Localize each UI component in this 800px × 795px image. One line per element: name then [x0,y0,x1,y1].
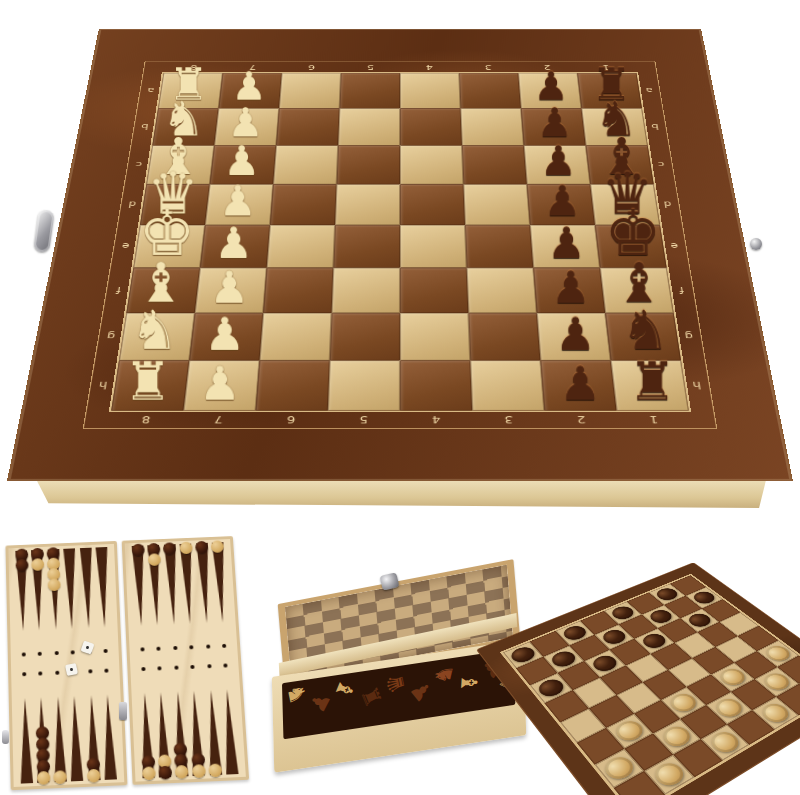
chess-square [400,145,463,184]
chess-square [400,313,470,361]
point-triangle [63,548,78,629]
point-triangle [79,548,94,629]
backgammon-checker [131,544,144,557]
backgammon-checker [192,764,206,778]
backgammon-checker [31,558,44,571]
chess-square [276,108,339,145]
backgammon-checker [87,769,101,783]
chess-square [330,313,400,361]
chess-piece-p: ♟ [540,312,610,357]
backgammon-checker [54,770,68,784]
die-icon [65,663,78,676]
chess-board: 87654321 abcdefgh ♜♟♟♜♞♟♟♞♝♟♟♝♛♟♟♛♚♟♟♚♝♟… [8,29,792,480]
backgammon-checker [175,765,189,779]
chess-piece-p: ♟ [533,222,600,265]
chess-square [256,360,330,410]
point-triangle [95,547,110,628]
hinge-screw-icon [750,238,762,250]
point-triangle [212,542,229,623]
chess-square [400,268,468,313]
backgammon-checker [158,766,172,780]
thumbnail-row: ♞ ♟ ♝ ♜ ♛ ♟ ♞ ♝ ♟ ♜ [0,530,800,795]
coordinate-label: 4 [400,411,473,429]
rank-labels-bottom: 87654321 [109,411,692,429]
jumbled-piece: ♜ [357,683,385,711]
backgammon-checker [179,542,192,555]
chess-square [340,73,400,108]
coordinate-label: 7 [181,411,255,429]
backgammon-right-half [122,536,249,785]
chess-piece-p: ♟ [205,180,270,222]
chess-piece-p: ♟ [200,222,267,265]
checkers-grid [502,575,800,795]
chess-square: ♟ [189,313,263,361]
backgammon-checker [163,542,176,555]
coordinate-label: 7 [223,61,283,73]
chess-square [460,108,523,145]
coordinate-label: 2 [544,411,618,429]
point-triangle [68,696,83,782]
chess-square [273,145,338,184]
clasp-latch-icon [33,209,55,253]
chess-square [463,184,530,225]
backgammon-point [62,548,80,656]
chess-square: ♜ [111,360,189,410]
coordinate-label: a [636,73,662,108]
main-product-photo: 87654321 abcdefgh ♜♟♟♜♞♟♟♞♝♟♟♝♛♟♟♛♚♟♟♚♝♟… [0,0,800,530]
coordinate-label: 6 [254,411,328,429]
backgammon-point [34,669,51,783]
coordinate-label: 5 [327,411,400,429]
backgammon-checker [148,553,161,566]
chess-square [333,225,400,268]
point-triangle [164,544,180,625]
chess-piece-r: ♜ [112,354,184,407]
coordinate-label: 3 [459,61,519,73]
backgammon-board [5,536,249,790]
chess-square [400,108,462,145]
backgammon-point [50,669,68,783]
chess-piece-p: ♟ [544,361,616,408]
clasp-icon [2,730,9,744]
point-triangle [204,690,221,776]
backgammon-point [46,549,63,657]
backgammon-point [17,670,34,784]
chess-square [459,73,521,108]
chess-square [400,225,467,268]
chess-square: ♟ [195,268,267,313]
coordinate-label: 8 [109,411,184,429]
point-triangle [180,543,196,624]
chess-square [270,184,337,225]
chess-square: ♟ [533,268,605,313]
backgammon-point [95,547,113,655]
chess-piece-p: ♟ [530,180,595,222]
chess-square [462,145,527,184]
chess-square: ♟ [537,313,611,361]
chess-board-frame: 87654321 abcdefgh ♜♟♟♜♞♟♟♞♝♟♟♝♛♟♟♛♚♟♟♚♝♟… [84,61,716,428]
chess-piece-p: ♟ [190,312,260,357]
jumbled-piece: ♝ [457,672,480,693]
backgammon-checker [195,541,208,554]
chess-piece-r: ♜ [616,354,688,407]
chess-square: ♜ [611,360,689,410]
chess-square [267,225,335,268]
chess-square [337,145,400,184]
point-triangle [52,696,67,782]
chess-piece-p: ♟ [195,266,263,310]
coordinate-label: 5 [341,61,400,73]
chess-square [328,360,400,410]
point-triangle [101,694,117,780]
chess-square [400,360,472,410]
backgammon-point [99,666,118,780]
backgammon-point [83,667,101,781]
backgammon-checker [37,771,51,785]
chess-square [467,268,537,313]
backgammon-checker [208,763,222,777]
coordinate-label: 2 [517,61,577,73]
point-triangle [132,545,148,626]
jumbled-piece: ♞ [431,663,457,685]
coordinate-label: b [642,108,669,145]
backgammon-point [14,550,31,658]
chess-square [260,313,332,361]
hinge-icon [119,702,127,720]
backgammon-checker [15,559,28,572]
coordinate-label: 1 [617,411,692,429]
chess-square [263,268,333,313]
backgammon-checker [142,766,156,780]
chess-square [338,108,400,145]
chess-square [400,73,460,108]
backgammon-point [66,668,84,782]
chess-square [465,225,533,268]
backgammon-photo [0,530,265,795]
backgammon-point [30,550,47,658]
point-triangle [196,543,213,624]
chess-square [468,313,540,361]
chess-square [332,268,400,313]
chess-square [279,73,341,108]
coordinate-label: 6 [282,61,342,73]
chess-piece-p: ♟ [184,361,256,408]
coordinate-label: 4 [400,61,459,73]
chess-square: ♟ [183,360,259,410]
coordinate-label: 1 [576,61,636,73]
chess-square: ♟ [540,360,616,410]
point-triangle [221,689,239,775]
point-triangle [19,698,33,784]
chess-square [470,360,544,410]
coordinate-label: 3 [472,411,546,429]
chess-square [400,184,465,225]
chess-piece-p: ♟ [537,266,605,310]
chess-grid: ♜♟♟♜♞♟♟♞♝♟♟♝♛♟♟♛♚♟♟♚♝♟♟♝♞♟♟♞♜♟♟♜ [111,73,689,411]
checkers-photo [535,530,800,795]
backgammon-point [78,548,96,656]
backgammon-checker [211,540,224,553]
backgammon-checker [48,578,61,591]
rank-labels-top: 87654321 [164,61,637,73]
chess-square [335,184,400,225]
coordinate-label: 8 [164,61,224,73]
